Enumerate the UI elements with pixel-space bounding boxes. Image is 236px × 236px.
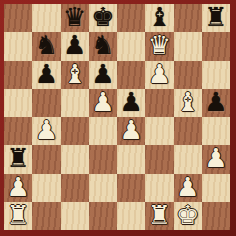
square-c2[interactable] — [61, 174, 89, 202]
square-e7[interactable] — [117, 32, 145, 60]
square-d1[interactable] — [89, 202, 117, 230]
square-g8[interactable] — [174, 4, 202, 32]
square-h1[interactable] — [202, 202, 230, 230]
square-d5[interactable]: ♟ — [89, 89, 117, 117]
black-queen-c8: ♛ — [63, 4, 86, 30]
square-h3[interactable]: ♟ — [202, 145, 230, 173]
square-g2[interactable]: ♟ — [174, 174, 202, 202]
square-f3[interactable] — [145, 145, 173, 173]
black-knight-b7: ♞ — [35, 32, 58, 58]
square-a7[interactable] — [4, 32, 32, 60]
square-b7[interactable]: ♞ — [32, 32, 60, 60]
white-pawn-g2: ♟ — [176, 174, 199, 200]
black-bishop-f8: ♝ — [148, 4, 171, 30]
square-d3[interactable] — [89, 145, 117, 173]
square-a2[interactable]: ♟ — [4, 174, 32, 202]
square-e8[interactable] — [117, 4, 145, 32]
square-b2[interactable] — [32, 174, 60, 202]
square-b4[interactable]: ♟ — [32, 117, 60, 145]
square-f6[interactable]: ♟ — [145, 61, 173, 89]
black-rook-h8: ♜ — [204, 4, 227, 30]
square-g4[interactable] — [174, 117, 202, 145]
black-king-d8: ♚ — [91, 4, 114, 30]
square-e5[interactable]: ♟ — [117, 89, 145, 117]
black-knight-d7: ♞ — [91, 32, 114, 58]
square-h7[interactable] — [202, 32, 230, 60]
black-pawn-h5: ♟ — [204, 89, 227, 115]
square-d7[interactable]: ♞ — [89, 32, 117, 60]
square-h5[interactable]: ♟ — [202, 89, 230, 117]
square-c7[interactable]: ♟ — [61, 32, 89, 60]
white-rook-a1: ♜ — [6, 202, 29, 228]
square-e4[interactable]: ♟ — [117, 117, 145, 145]
square-g1[interactable]: ♚ — [174, 202, 202, 230]
square-c1[interactable] — [61, 202, 89, 230]
square-b3[interactable] — [32, 145, 60, 173]
square-d4[interactable] — [89, 117, 117, 145]
square-g6[interactable] — [174, 61, 202, 89]
square-a8[interactable] — [4, 4, 32, 32]
square-a6[interactable] — [4, 61, 32, 89]
square-f1[interactable]: ♜ — [145, 202, 173, 230]
square-d2[interactable] — [89, 174, 117, 202]
board-frame: ♛♚♝♜♞♟♞♛♟♝♟♟♟♟♝♟♟♟♜♟♟♟♜♜♚ — [0, 0, 236, 236]
square-b5[interactable] — [32, 89, 60, 117]
square-c5[interactable] — [61, 89, 89, 117]
square-h2[interactable] — [202, 174, 230, 202]
white-pawn-f6: ♟ — [148, 61, 171, 87]
black-rook-a3: ♜ — [6, 145, 29, 171]
square-a3[interactable]: ♜ — [4, 145, 32, 173]
square-b8[interactable] — [32, 4, 60, 32]
square-h8[interactable]: ♜ — [202, 4, 230, 32]
white-pawn-d5: ♟ — [91, 89, 114, 115]
white-bishop-c6: ♝ — [63, 61, 86, 87]
square-a5[interactable] — [4, 89, 32, 117]
square-g5[interactable]: ♝ — [174, 89, 202, 117]
square-d6[interactable]: ♟ — [89, 61, 117, 89]
square-f4[interactable] — [145, 117, 173, 145]
square-f2[interactable] — [145, 174, 173, 202]
chess-board: ♛♚♝♜♞♟♞♛♟♝♟♟♟♟♝♟♟♟♜♟♟♟♜♜♚ — [4, 4, 230, 230]
square-e1[interactable] — [117, 202, 145, 230]
square-f8[interactable]: ♝ — [145, 4, 173, 32]
black-pawn-c7: ♟ — [63, 32, 86, 58]
square-a4[interactable] — [4, 117, 32, 145]
square-f7[interactable]: ♛ — [145, 32, 173, 60]
square-h6[interactable] — [202, 61, 230, 89]
white-king-g1: ♚ — [176, 202, 199, 228]
black-pawn-d6: ♟ — [91, 61, 114, 87]
square-c3[interactable] — [61, 145, 89, 173]
white-pawn-h3: ♟ — [204, 145, 227, 171]
square-g7[interactable] — [174, 32, 202, 60]
square-a1[interactable]: ♜ — [4, 202, 32, 230]
square-b1[interactable] — [32, 202, 60, 230]
black-pawn-e5: ♟ — [119, 89, 142, 115]
square-c4[interactable] — [61, 117, 89, 145]
square-c8[interactable]: ♛ — [61, 4, 89, 32]
square-b6[interactable]: ♟ — [32, 61, 60, 89]
square-f5[interactable] — [145, 89, 173, 117]
square-e3[interactable] — [117, 145, 145, 173]
white-rook-f1: ♜ — [148, 202, 171, 228]
black-pawn-b6: ♟ — [35, 61, 58, 87]
square-e2[interactable] — [117, 174, 145, 202]
white-pawn-b4: ♟ — [35, 117, 58, 143]
white-pawn-a2: ♟ — [6, 174, 29, 200]
white-pawn-e4: ♟ — [119, 117, 142, 143]
white-queen-f7: ♛ — [148, 32, 171, 58]
square-e6[interactable] — [117, 61, 145, 89]
square-h4[interactable] — [202, 117, 230, 145]
square-g3[interactable] — [174, 145, 202, 173]
square-d8[interactable]: ♚ — [89, 4, 117, 32]
white-bishop-g5: ♝ — [176, 89, 199, 115]
square-c6[interactable]: ♝ — [61, 61, 89, 89]
